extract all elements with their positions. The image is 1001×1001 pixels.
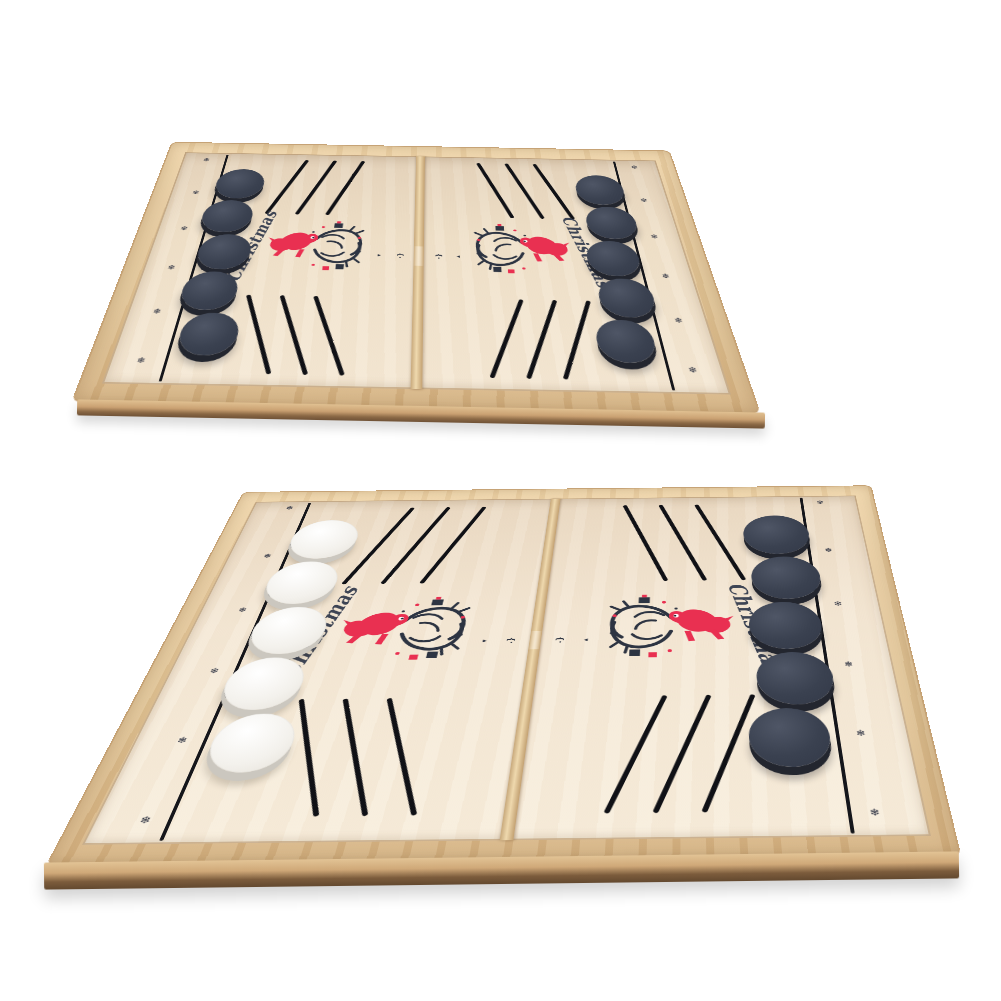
speed-line	[604, 695, 668, 814]
board-large-wrapper: ❄❄❄❄❄❄Christmas{·▸ ❄❄❄❄❄❄Christmas{·◂	[39, 186, 962, 866]
speed-line	[623, 505, 669, 581]
speed-line	[380, 507, 451, 584]
puck-black	[747, 708, 834, 767]
snowflake-icon: ❄	[208, 667, 221, 674]
snowflake-icon: ❄	[855, 728, 866, 737]
snowflake-icon: ❄	[262, 553, 273, 559]
snowflake-icon: ❄	[237, 606, 249, 613]
right-half-rink: ❄❄❄❄❄❄Christmas{·◂	[513, 496, 931, 841]
goal-marking: {·	[506, 637, 516, 644]
speed-line	[658, 505, 707, 581]
product-photo: ❄❄❄❄❄❄Christmas{·▸ ❄❄❄❄❄❄Christmas{·◂ ❄❄…	[0, 0, 1001, 1001]
snowflake-icon: ❄	[868, 807, 880, 817]
speed-line	[694, 504, 746, 580]
puck-white	[214, 657, 312, 710]
snowflake-icon: ❄	[833, 600, 843, 607]
left-half-rink: ❄❄❄❄❄❄Christmas{·▸	[82, 499, 551, 845]
speed-line	[387, 698, 418, 816]
snowflake-icon: ❄	[824, 547, 833, 553]
snowflake-icon: ❄	[816, 500, 825, 505]
snowflake-icon: ❄	[630, 165, 638, 170]
snowflake-icon: ❄	[285, 505, 295, 510]
snowflake-icon: ❄	[175, 736, 189, 745]
snowflake-icon: ❄	[138, 815, 153, 825]
speed-line	[343, 698, 369, 816]
reindeer-graphic	[599, 592, 739, 661]
puck-black	[742, 515, 812, 554]
snowflake-icon: ❄	[202, 157, 210, 162]
goal-pointer-icon: ▸	[482, 638, 487, 643]
speed-line	[652, 694, 711, 813]
goal-marking: {·	[555, 637, 565, 644]
puck-white	[283, 520, 364, 559]
goal-pointer-icon: ◂	[583, 637, 588, 642]
speed-line	[701, 694, 755, 813]
snowflake-icon: ❄	[843, 660, 853, 667]
playfield: ❄❄❄❄❄❄Christmas{·▸ ❄❄❄❄❄❄Christmas{·◂	[82, 496, 931, 845]
sling-puck-board-large: ❄❄❄❄❄❄Christmas{·▸ ❄❄❄❄❄❄Christmas{·◂	[46, 485, 962, 865]
speed-line	[341, 507, 415, 584]
speed-line	[299, 699, 320, 817]
speed-line	[419, 507, 486, 584]
